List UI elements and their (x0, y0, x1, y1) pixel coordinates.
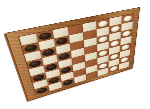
white-checker (110, 65, 118, 72)
dark-checker (36, 87, 47, 94)
board-frame (5, 7, 140, 101)
board-grid (18, 13, 133, 95)
photo-stage (0, 0, 150, 109)
dark-checker (63, 79, 73, 86)
checkers-board (5, 7, 140, 101)
